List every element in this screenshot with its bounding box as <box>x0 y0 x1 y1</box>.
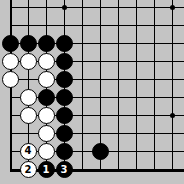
white-stone <box>20 89 37 106</box>
black-stone <box>56 53 73 70</box>
star-point <box>170 5 175 10</box>
move-number-label: 2 <box>25 165 32 175</box>
move-number-label: 1 <box>43 165 50 175</box>
black-stone <box>56 89 73 106</box>
white-stone <box>38 143 55 160</box>
move-number-label: 4 <box>25 146 32 156</box>
black-stone <box>2 35 19 52</box>
black-stone <box>56 125 73 142</box>
black-stone <box>92 143 109 160</box>
white-stone <box>38 107 55 124</box>
star-point <box>170 113 175 118</box>
white-stone <box>2 53 19 70</box>
white-stone <box>38 125 55 142</box>
black-stone <box>56 35 73 52</box>
go-board[interactable]: 4213 <box>1 0 181 179</box>
black-stone-move-1: 1 <box>38 161 55 178</box>
move-number-label: 3 <box>61 165 68 175</box>
star-point <box>62 5 67 10</box>
black-stone <box>56 71 73 88</box>
white-stone <box>38 71 55 88</box>
black-stone <box>56 143 73 160</box>
go-diagram: 4213 <box>0 0 184 184</box>
white-stone <box>20 53 37 70</box>
white-stone <box>20 107 37 124</box>
black-stone-move-3: 3 <box>56 161 73 178</box>
black-stone <box>38 89 55 106</box>
white-stone-move-2: 2 <box>20 161 37 178</box>
white-stone-move-4: 4 <box>20 143 37 160</box>
black-stone <box>20 35 37 52</box>
white-stone <box>2 71 19 88</box>
black-stone <box>38 35 55 52</box>
black-stone <box>56 107 73 124</box>
white-stone <box>38 53 55 70</box>
